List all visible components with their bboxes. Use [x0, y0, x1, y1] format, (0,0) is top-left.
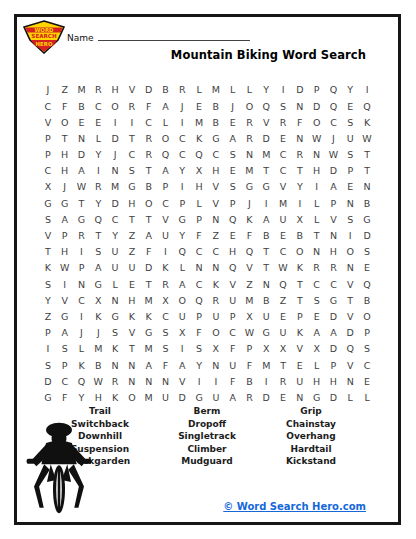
grid-cell: C	[325, 114, 342, 130]
grid-cell: V	[224, 276, 241, 292]
grid-cell: I	[258, 373, 275, 389]
grid-cell: H	[56, 147, 73, 163]
grid-cell: S	[224, 147, 241, 163]
grid-cell: Q	[359, 276, 376, 292]
grid-cell: E	[73, 114, 90, 130]
grid-cell: P	[56, 357, 73, 373]
grid-cell: C	[207, 244, 224, 260]
grid-cell: C	[140, 114, 157, 130]
grid-cell: A	[140, 228, 157, 244]
grid-cell: T	[140, 163, 157, 179]
grid-cell: R	[241, 114, 258, 130]
grid-cell: K	[107, 390, 124, 406]
grid-cell: L	[308, 195, 325, 211]
grid-cell: V	[40, 228, 57, 244]
grid-cell: Q	[191, 147, 208, 163]
grid-cell: G	[73, 212, 90, 228]
grid-cell: B	[359, 195, 376, 211]
grid-cell: H	[325, 244, 342, 260]
grid-cell: W	[275, 260, 292, 276]
grid-cell: Y	[174, 228, 191, 244]
grid-cell: A	[308, 325, 325, 341]
grid-cell: Y	[342, 82, 359, 98]
grid-cell: R	[157, 276, 174, 292]
grid-cell: N	[291, 390, 308, 406]
grid-cell: S	[308, 292, 325, 308]
grid-cell: D	[107, 195, 124, 211]
grid-cell: T	[258, 244, 275, 260]
grid-cell: V	[207, 179, 224, 195]
grid-cell: U	[275, 212, 292, 228]
logo-line-search: SEARCH	[31, 33, 57, 39]
grid-cell: R	[207, 292, 224, 308]
grid-cell: N	[107, 292, 124, 308]
grid-cell: L	[308, 212, 325, 228]
grid-cell: G	[258, 325, 275, 341]
grid-cell: T	[40, 244, 57, 260]
grid-cell: M	[90, 341, 107, 357]
grid-cell: M	[140, 292, 157, 308]
grid-cell: Q	[258, 98, 275, 114]
grid-cell: C	[90, 98, 107, 114]
grid-cell: Z	[123, 228, 140, 244]
grid-cell: E	[359, 260, 376, 276]
grid-cell: M	[140, 341, 157, 357]
grid-cell: A	[157, 163, 174, 179]
grid-cell: G	[359, 212, 376, 228]
grid-cell: E	[224, 114, 241, 130]
grid-cell: R	[90, 82, 107, 98]
grid-cell: C	[325, 276, 342, 292]
grid-cell: V	[325, 212, 342, 228]
grid-cell: A	[224, 390, 241, 406]
grid-cell: I	[174, 179, 191, 195]
grid-cell: X	[157, 292, 174, 308]
grid-cell: N	[107, 163, 124, 179]
grid-cell: N	[291, 131, 308, 147]
name-label: Name	[67, 33, 94, 43]
grid-cell: C	[40, 98, 57, 114]
grid-cell: P	[40, 131, 57, 147]
grid-cell: C	[157, 309, 174, 325]
word-search-grid: JZMRHVDBRLMLLYIDPQYICFBCORFAJEBJOQSNDQEQ…	[40, 82, 376, 406]
grid-cell: N	[258, 276, 275, 292]
grid-cell: V	[241, 260, 258, 276]
grid-cell: C	[191, 276, 208, 292]
grid-cell: M	[191, 114, 208, 130]
grid-cell: P	[174, 195, 191, 211]
grid-cell: K	[123, 309, 140, 325]
grid-cell: V	[174, 373, 191, 389]
grid-cell: N	[191, 260, 208, 276]
grid-cell: R	[275, 114, 292, 130]
grid-cell: M	[107, 179, 124, 195]
grid-cell: G	[56, 195, 73, 211]
grid-cell: C	[191, 244, 208, 260]
grid-cell: A	[140, 357, 157, 373]
grid-cell: S	[342, 147, 359, 163]
grid-cell: W	[90, 373, 107, 389]
logo-line-word: WORD	[34, 27, 54, 33]
grid-cell: A	[258, 212, 275, 228]
grid-cell: P	[308, 82, 325, 98]
grid-cell: V	[342, 276, 359, 292]
grid-cell: Z	[123, 244, 140, 260]
grid-cell: R	[140, 131, 157, 147]
grid-cell: H	[107, 82, 124, 98]
grid-cell: D	[325, 390, 342, 406]
grid-cell: N	[207, 357, 224, 373]
grid-cell: S	[107, 325, 124, 341]
grid-cell: T	[123, 131, 140, 147]
grid-cell: W	[73, 179, 90, 195]
grid-cell: J	[224, 98, 241, 114]
grid-cell: B	[207, 114, 224, 130]
word-column: GripChainstayOverhangHardtailKickstand	[246, 405, 376, 468]
grid-cell: E	[275, 228, 292, 244]
grid-cell: P	[241, 341, 258, 357]
grid-cell: L	[73, 341, 90, 357]
grid-cell: F	[241, 357, 258, 373]
grid-cell: E	[308, 309, 325, 325]
grid-cell: N	[73, 131, 90, 147]
grid-cell: R	[140, 147, 157, 163]
grid-cell: H	[123, 292, 140, 308]
grid-cell: D	[325, 163, 342, 179]
name-blank-line[interactable]	[98, 31, 250, 41]
grid-cell: T	[291, 276, 308, 292]
grid-cell: X	[90, 292, 107, 308]
grid-cell: Q	[224, 212, 241, 228]
grid-cell: L	[174, 260, 191, 276]
grid-cell: P	[342, 163, 359, 179]
grid-cell: O	[291, 244, 308, 260]
grid-cell: C	[107, 212, 124, 228]
grid-cell: S	[359, 244, 376, 260]
grid-cell: U	[291, 373, 308, 389]
grid-cell: Y	[258, 82, 275, 98]
grid-cell: K	[90, 309, 107, 325]
grid-cell: E	[224, 228, 241, 244]
grid-cell: X	[275, 341, 292, 357]
grid-cell: Q	[325, 82, 342, 98]
grid-cell: D	[359, 228, 376, 244]
grid-cell: H	[56, 163, 73, 179]
grid-cell: R	[241, 131, 258, 147]
grid-cell: D	[73, 147, 90, 163]
grid-cell: C	[308, 276, 325, 292]
grid-cell: A	[157, 98, 174, 114]
grid-cell: E	[342, 98, 359, 114]
grid-cell: C	[207, 147, 224, 163]
grid-cell: S	[359, 341, 376, 357]
grid-cell: D	[140, 82, 157, 98]
grid-cell: Q	[224, 260, 241, 276]
grid-cell: C	[157, 195, 174, 211]
grid-cell: V	[342, 309, 359, 325]
grid-cell: U	[258, 309, 275, 325]
grid-cell: Z	[56, 82, 73, 98]
grid-cell: C	[359, 357, 376, 373]
grid-cell: G	[140, 325, 157, 341]
grid-cell: S	[157, 341, 174, 357]
grid-cell: Y	[291, 179, 308, 195]
grid-cell: B	[140, 179, 157, 195]
grid-cell: C	[174, 147, 191, 163]
grid-cell: G	[241, 179, 258, 195]
grid-cell: B	[241, 373, 258, 389]
grid-cell: B	[157, 82, 174, 98]
grid-cell: R	[308, 260, 325, 276]
grid-cell: N	[123, 373, 140, 389]
grid-cell: B	[291, 228, 308, 244]
grid-cell: J	[107, 147, 124, 163]
grid-cell: F	[157, 357, 174, 373]
grid-cell: W	[359, 131, 376, 147]
grid-cell: W	[56, 260, 73, 276]
grid-cell: O	[359, 309, 376, 325]
grid-cell: P	[359, 325, 376, 341]
grid-cell: U	[275, 325, 292, 341]
grid-cell: K	[359, 114, 376, 130]
word-list-item: Grip	[246, 405, 376, 418]
grid-cell: T	[56, 131, 73, 147]
grid-cell: Q	[157, 147, 174, 163]
grid-cell: V	[56, 292, 73, 308]
grid-cell: R	[325, 260, 342, 276]
grid-cell: A	[56, 325, 73, 341]
grid-cell: G	[56, 309, 73, 325]
grid-cell: T	[308, 228, 325, 244]
grid-cell: F	[140, 98, 157, 114]
grid-cell: U	[224, 292, 241, 308]
grid-cell: V	[275, 179, 292, 195]
grid-cell: T	[140, 212, 157, 228]
grid-cell: F	[191, 228, 208, 244]
grid-cell: J	[73, 325, 90, 341]
grid-cell: T	[291, 163, 308, 179]
grid-cell: T	[140, 276, 157, 292]
grid-cell: D	[174, 390, 191, 406]
grid-cell: V	[291, 341, 308, 357]
grid-cell: O	[174, 292, 191, 308]
word-list-item: Kickstand	[246, 455, 376, 468]
grid-cell: U	[174, 309, 191, 325]
grid-cell: B	[73, 98, 90, 114]
grid-cell: U	[123, 260, 140, 276]
word-search-hero-link[interactable]: © Word Search Hero.com	[223, 501, 366, 512]
grid-cell: D	[258, 390, 275, 406]
grid-cell: F	[224, 373, 241, 389]
word-search-hero-logo: WORD SEARCH HERO	[23, 20, 65, 54]
grid-cell: E	[275, 309, 292, 325]
grid-cell: G	[207, 131, 224, 147]
grid-cell: I	[157, 244, 174, 260]
grid-cell: S	[275, 98, 292, 114]
grid-cell: S	[40, 357, 57, 373]
grid-cell: G	[40, 390, 57, 406]
grid-cell: N	[359, 179, 376, 195]
grid-cell: Q	[275, 276, 292, 292]
grid-cell: U	[224, 357, 241, 373]
grid-cell: M	[73, 82, 90, 98]
grid-cell: I	[56, 276, 73, 292]
grid-cell: V	[258, 114, 275, 130]
grid-cell: X	[191, 163, 208, 179]
grid-cell: T	[258, 163, 275, 179]
grid-cell: G	[123, 179, 140, 195]
grid-cell: I	[191, 373, 208, 389]
grid-cell: H	[56, 244, 73, 260]
grid-cell: A	[174, 276, 191, 292]
grid-cell: I	[258, 195, 275, 211]
grid-cell: K	[140, 309, 157, 325]
grid-cell: H	[308, 163, 325, 179]
grid-cell: L	[191, 195, 208, 211]
grid-cell: N	[325, 228, 342, 244]
grid-cell: J	[40, 82, 57, 98]
grid-cell: G	[90, 276, 107, 292]
grid-cell: D	[258, 131, 275, 147]
grid-cell: G	[191, 390, 208, 406]
grid-cell: T	[258, 260, 275, 276]
grid-cell: J	[241, 195, 258, 211]
grid-cell: A	[90, 260, 107, 276]
grid-cell: S	[40, 276, 57, 292]
grid-cell: F	[140, 244, 157, 260]
grid-cell: Q	[191, 292, 208, 308]
grid-cell: Q	[90, 212, 107, 228]
grid-cell: N	[207, 260, 224, 276]
grid-cell: G	[40, 195, 57, 211]
grid-cell: M	[258, 357, 275, 373]
grid-cell: L	[90, 131, 107, 147]
grid-cell: A	[224, 131, 241, 147]
grid-cell: Q	[73, 373, 90, 389]
worksheet-page: WORD SEARCH HERO Name Mountain Biking Wo…	[14, 14, 401, 525]
grid-cell: G	[107, 309, 124, 325]
grid-cell: V	[123, 325, 140, 341]
grid-cell: Q	[241, 244, 258, 260]
grid-cell: Z	[275, 292, 292, 308]
grid-cell: P	[224, 195, 241, 211]
grid-cell: M	[140, 390, 157, 406]
grid-cell: N	[107, 357, 124, 373]
grid-cell: A	[325, 325, 342, 341]
grid-cell: S	[342, 114, 359, 130]
word-list-item: Hardtail	[246, 443, 376, 456]
grid-cell: I	[107, 114, 124, 130]
grid-cell: S	[40, 212, 57, 228]
grid-cell: W	[308, 131, 325, 147]
grid-cell: S	[342, 212, 359, 228]
grid-cell: P	[191, 212, 208, 228]
grid-cell: C	[275, 244, 292, 260]
grid-cell: R	[291, 147, 308, 163]
name-row: Name	[67, 31, 250, 43]
grid-cell: J	[90, 325, 107, 341]
grid-cell: N	[241, 147, 258, 163]
grid-cell: E	[191, 98, 208, 114]
grid-cell: B	[90, 357, 107, 373]
grid-cell: I	[291, 195, 308, 211]
grid-cell: K	[73, 357, 90, 373]
grid-cell: I	[308, 179, 325, 195]
grid-cell: P	[325, 195, 342, 211]
grid-cell: D	[325, 309, 342, 325]
grid-cell: I	[73, 309, 90, 325]
grid-cell: Z	[207, 228, 224, 244]
grid-cell: E	[359, 373, 376, 389]
grid-cell: K	[291, 325, 308, 341]
grid-cell: X	[258, 341, 275, 357]
grid-cell: D	[308, 98, 325, 114]
grid-cell: A	[325, 179, 342, 195]
grid-cell: E	[123, 276, 140, 292]
grid-cell: P	[157, 179, 174, 195]
grid-cell: O	[56, 114, 73, 130]
grid-cell: C	[73, 292, 90, 308]
grid-cell: O	[123, 390, 140, 406]
grid-cell: E	[90, 114, 107, 130]
grid-cell: F	[291, 114, 308, 130]
grid-cell: T	[90, 228, 107, 244]
grid-cell: Z	[241, 276, 258, 292]
grid-cell: V	[123, 82, 140, 98]
grid-cell: K	[157, 260, 174, 276]
grid-cell: E	[342, 179, 359, 195]
grid-cell: H	[308, 373, 325, 389]
grid-cell: T	[73, 195, 90, 211]
logo-line-hero: HERO	[36, 41, 53, 47]
grid-cell: V	[40, 114, 57, 130]
grid-cell: N	[140, 373, 157, 389]
grid-cell: M	[241, 163, 258, 179]
grid-cell: W	[325, 147, 342, 163]
grid-cell: T	[359, 147, 376, 163]
grid-cell: W	[241, 325, 258, 341]
grid-cell: N	[123, 357, 140, 373]
grid-cell: N	[157, 373, 174, 389]
grid-cell: P	[73, 260, 90, 276]
grid-cell: K	[40, 260, 57, 276]
grid-cell: Q	[174, 244, 191, 260]
grid-cell: O	[157, 131, 174, 147]
grid-cell: R	[123, 98, 140, 114]
grid-cell: Y	[90, 195, 107, 211]
grid-cell: X	[308, 341, 325, 357]
grid-cell: F	[56, 98, 73, 114]
page-title: Mountain Biking Word Search	[171, 48, 366, 62]
grid-cell: E	[275, 390, 292, 406]
grid-cell: V	[207, 195, 224, 211]
grid-cell: C	[275, 147, 292, 163]
grid-cell: R	[275, 373, 292, 389]
grid-cell: B	[258, 228, 275, 244]
grid-cell: G	[308, 390, 325, 406]
grid-cell: A	[174, 357, 191, 373]
grid-cell: D	[40, 373, 57, 389]
grid-cell: J	[174, 98, 191, 114]
grid-cell: P	[56, 228, 73, 244]
grid-cell: Y	[107, 228, 124, 244]
grid-cell: B	[359, 292, 376, 308]
grid-cell: N	[308, 244, 325, 260]
grid-cell: R	[174, 82, 191, 98]
grid-cell: I	[359, 82, 376, 98]
grid-cell: B	[207, 98, 224, 114]
grid-cell: Y	[90, 147, 107, 163]
